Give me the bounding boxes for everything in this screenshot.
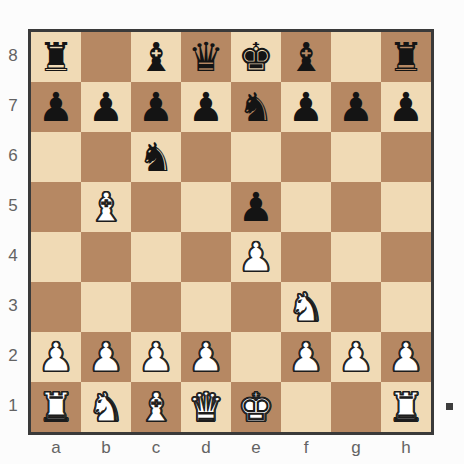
square-b3[interactable] [81, 282, 131, 332]
rank-label-4: 4 [0, 231, 26, 281]
piece-black-bishop[interactable]: ♝ [138, 32, 174, 82]
square-e7[interactable]: ♞ [231, 82, 281, 132]
piece-black-pawn[interactable]: ♟ [38, 82, 74, 132]
square-b4[interactable] [81, 232, 131, 282]
piece-black-pawn[interactable]: ♟ [238, 182, 274, 232]
piece-black-knight[interactable]: ♞ [238, 82, 274, 132]
rank-label-3: 3 [0, 281, 26, 331]
file-labels: abcdefgh [31, 435, 431, 460]
square-c1[interactable]: ♝ [131, 382, 181, 432]
square-c7[interactable]: ♟ [131, 82, 181, 132]
square-b2[interactable]: ♟ [81, 332, 131, 382]
square-e6[interactable] [231, 132, 281, 182]
square-h7[interactable]: ♟ [381, 82, 431, 132]
piece-white-pawn[interactable]: ♟ [338, 332, 374, 382]
square-d8[interactable]: ♛ [181, 32, 231, 82]
file-label-e: e [231, 435, 281, 460]
file-label-d: d [181, 435, 231, 460]
square-b1[interactable]: ♞ [81, 382, 131, 432]
file-label-g: g [331, 435, 381, 460]
piece-white-pawn[interactable]: ♟ [288, 332, 324, 382]
file-label-c: c [131, 435, 181, 460]
file-label-h: h [381, 435, 431, 460]
square-d5[interactable] [181, 182, 231, 232]
square-a6[interactable] [31, 132, 81, 182]
square-c5[interactable] [131, 182, 181, 232]
rank-labels: 87654321 [0, 31, 26, 431]
piece-white-pawn[interactable]: ♟ [188, 332, 224, 382]
square-f4[interactable] [281, 232, 331, 282]
square-c3[interactable] [131, 282, 181, 332]
square-f6[interactable] [281, 132, 331, 182]
piece-black-rook[interactable]: ♜ [388, 32, 424, 82]
square-g1[interactable] [331, 382, 381, 432]
square-d3[interactable] [181, 282, 231, 332]
square-e1[interactable]: ♚ [231, 382, 281, 432]
square-d7[interactable]: ♟ [181, 82, 231, 132]
square-f2[interactable]: ♟ [281, 332, 331, 382]
piece-white-pawn[interactable]: ♟ [138, 332, 174, 382]
square-h4[interactable] [381, 232, 431, 282]
square-h3[interactable] [381, 282, 431, 332]
rank-label-8: 8 [0, 31, 26, 81]
square-d6[interactable] [181, 132, 231, 182]
piece-white-pawn[interactable]: ♟ [388, 332, 424, 382]
square-g3[interactable] [331, 282, 381, 332]
file-label-a: a [31, 435, 81, 460]
square-c6[interactable]: ♞ [131, 132, 181, 182]
square-c2[interactable]: ♟ [131, 332, 181, 382]
piece-white-pawn[interactable]: ♟ [238, 232, 274, 282]
square-a1[interactable]: ♜ [31, 382, 81, 432]
piece-white-knight[interactable]: ♞ [88, 382, 124, 432]
square-e3[interactable] [231, 282, 281, 332]
square-a3[interactable] [31, 282, 81, 332]
square-d2[interactable]: ♟ [181, 332, 231, 382]
square-a4[interactable] [31, 232, 81, 282]
square-g6[interactable] [331, 132, 381, 182]
rank-label-6: 6 [0, 131, 26, 181]
square-b7[interactable]: ♟ [81, 82, 131, 132]
chess-board[interactable]: ♜♝♛♚♝♜♟♟♟♟♞♟♟♟♞♝♟♟♞♟♟♟♟♟♟♟♜♞♝♛♚♜ [28, 29, 434, 435]
rank-label-5: 5 [0, 181, 26, 231]
square-b6[interactable] [81, 132, 131, 182]
rank-label-7: 7 [0, 81, 26, 131]
square-b5[interactable]: ♝ [81, 182, 131, 232]
piece-black-rook[interactable]: ♜ [38, 32, 74, 82]
square-h6[interactable] [381, 132, 431, 182]
piece-white-pawn[interactable]: ♟ [38, 332, 74, 382]
square-d1[interactable]: ♛ [181, 382, 231, 432]
piece-black-pawn[interactable]: ♟ [388, 82, 424, 132]
square-f5[interactable] [281, 182, 331, 232]
piece-black-pawn[interactable]: ♟ [188, 82, 224, 132]
square-f3[interactable]: ♞ [281, 282, 331, 332]
chess-app-canvas: 87654321 ♜♝♛♚♝♜♟♟♟♟♞♟♟♟♞♝♟♟♞♟♟♟♟♟♟♟♜♞♝♛♚… [0, 0, 464, 464]
square-g2[interactable]: ♟ [331, 332, 381, 382]
piece-black-pawn[interactable]: ♟ [288, 82, 324, 132]
square-a7[interactable]: ♟ [31, 82, 81, 132]
square-g7[interactable]: ♟ [331, 82, 381, 132]
piece-black-bishop[interactable]: ♝ [288, 32, 324, 82]
square-h8[interactable]: ♜ [381, 32, 431, 82]
square-c4[interactable] [131, 232, 181, 282]
square-g8[interactable] [331, 32, 381, 82]
square-h5[interactable] [381, 182, 431, 232]
piece-black-pawn[interactable]: ♟ [138, 82, 174, 132]
side-to-move-indicator [446, 403, 453, 410]
square-h1[interactable]: ♜ [381, 382, 431, 432]
piece-black-king[interactable]: ♚ [238, 32, 274, 82]
square-b8[interactable] [81, 32, 131, 82]
piece-white-queen[interactable]: ♛ [188, 382, 224, 432]
piece-white-king[interactable]: ♚ [238, 382, 274, 432]
square-f8[interactable]: ♝ [281, 32, 331, 82]
square-a5[interactable] [31, 182, 81, 232]
piece-white-knight[interactable]: ♞ [288, 282, 324, 332]
piece-black-pawn[interactable]: ♟ [338, 82, 374, 132]
piece-white-pawn[interactable]: ♟ [88, 332, 124, 382]
square-c8[interactable]: ♝ [131, 32, 181, 82]
square-e8[interactable]: ♚ [231, 32, 281, 82]
rank-label-1: 1 [0, 381, 26, 431]
square-g4[interactable] [331, 232, 381, 282]
square-h2[interactable]: ♟ [381, 332, 431, 382]
piece-white-rook[interactable]: ♜ [38, 382, 74, 432]
square-e4[interactable]: ♟ [231, 232, 281, 282]
square-a2[interactable]: ♟ [31, 332, 81, 382]
piece-black-pawn[interactable]: ♟ [88, 82, 124, 132]
piece-black-knight[interactable]: ♞ [138, 132, 174, 182]
square-e2[interactable] [231, 332, 281, 382]
file-label-b: b [81, 435, 131, 460]
piece-white-bishop[interactable]: ♝ [88, 182, 124, 232]
square-g5[interactable] [331, 182, 381, 232]
square-e5[interactable]: ♟ [231, 182, 281, 232]
piece-white-rook[interactable]: ♜ [388, 382, 424, 432]
square-a8[interactable]: ♜ [31, 32, 81, 82]
piece-white-bishop[interactable]: ♝ [138, 382, 174, 432]
rank-label-2: 2 [0, 331, 26, 381]
file-label-f: f [281, 435, 331, 460]
square-d4[interactable] [181, 232, 231, 282]
square-f1[interactable] [281, 382, 331, 432]
square-f7[interactable]: ♟ [281, 82, 331, 132]
piece-black-queen[interactable]: ♛ [188, 32, 224, 82]
